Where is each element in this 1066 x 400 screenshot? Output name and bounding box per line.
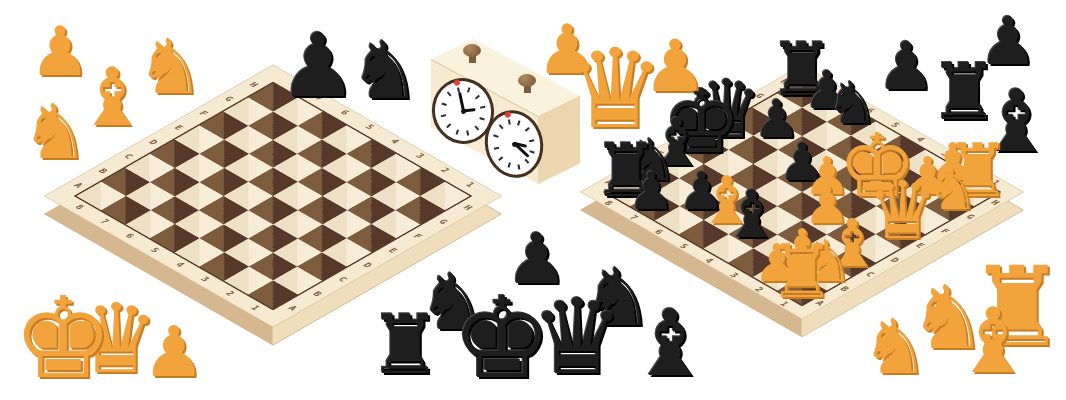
dial-tick [447,92,452,97]
piece-white-r-a1[interactable]: ♜ [765,234,839,308]
left-file-label-A-right: A [282,303,302,314]
dial-tick [446,123,451,128]
left-file-label-C-right: C [332,274,352,285]
dial-tick [517,120,520,125]
dial-tick [441,102,446,105]
left-rank-label-4-top: 4 [385,136,405,147]
left-file-label-E-right: E [382,245,402,256]
left-clock-dial-flag-pin [453,79,460,86]
decorative-white-knight-10[interactable]: ♞ [857,309,933,385]
clock-button-right[interactable] [518,74,536,87]
clock-button-left[interactable] [463,44,481,57]
dial-tick [466,130,469,135]
decorative-white-bishop-12[interactable]: ♝ [948,296,1038,386]
dial-tick [494,134,499,137]
dial-tick [499,124,504,129]
dial-tick [480,105,485,108]
left-rank-label-5-top: 5 [359,121,379,132]
dial-tick [455,129,458,134]
left-file-label-F-right: F [408,231,428,242]
left-file-label-H-right: H [458,202,478,213]
left-rank-label-1-top: 1 [460,179,480,190]
dial-tick [467,88,470,93]
decorative-black-knight-15[interactable]: ♞ [345,31,425,111]
dial-tick [529,150,534,153]
dial-tick [480,116,485,119]
dial-center [460,108,466,114]
decorative-black-king-18[interactable]: ♚ [446,282,558,394]
dial-center [511,141,517,147]
left-file-label-D-right: D [357,260,377,271]
dial-tick [457,87,460,92]
dial-tick [499,156,504,161]
dial-tick [529,139,534,142]
decorative-white-king-4[interactable]: ♚ [7,282,119,394]
dial-tick [475,94,480,99]
decorative-black-bishop-22[interactable]: ♝ [624,298,716,390]
dial-tick [508,163,511,168]
dial-tick [524,127,529,132]
right-clock-dial-flag-pin [504,111,511,118]
left-rank-label-3-top: 3 [410,150,430,161]
decorative-black-rook-16[interactable]: ♜ [364,304,446,386]
left-rank-label-2-top: 2 [435,165,455,176]
dial-tick [508,119,511,124]
piece-black-p-a7[interactable]: ♟ [625,165,677,217]
left-file-label-G-right: G [433,216,453,227]
dial-tick [474,125,479,130]
dial-tick [441,114,446,117]
dial-tick [517,164,520,169]
decorative-white-pawn-6[interactable]: ♟ [139,317,209,387]
left-file-label-B-right: B [307,288,327,299]
dial-tick [494,146,499,149]
decorative-white-knight-3[interactable]: ♞ [17,94,93,170]
dial-tick [525,159,530,164]
isometric-chess-scene: AA88BB77CC66DD55EE44FF33GG22HH11 AA88BB7… [0,0,1066,400]
